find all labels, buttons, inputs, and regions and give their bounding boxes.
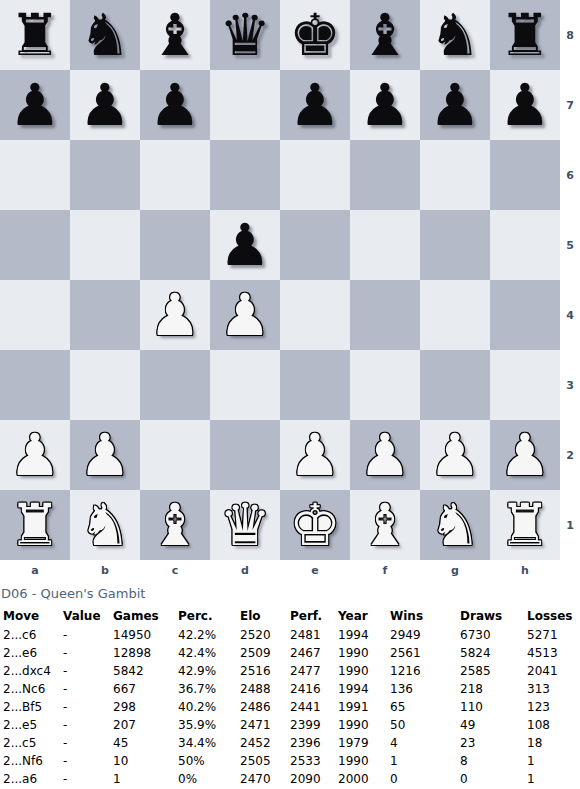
white-pawn: ♟ bbox=[79, 420, 131, 490]
white-knight: ♞ bbox=[79, 490, 131, 560]
stat-cell: - bbox=[63, 662, 113, 680]
stat-cell: 2041 bbox=[527, 662, 580, 680]
stat-cell: - bbox=[63, 770, 113, 788]
square-f6[interactable] bbox=[350, 140, 420, 210]
square-h7[interactable]: ♟ bbox=[490, 70, 560, 140]
rank-label-8: 8 bbox=[560, 0, 580, 70]
stat-cell: 1216 bbox=[390, 662, 460, 680]
stat-cell: - bbox=[63, 680, 113, 698]
stat-cell: 1979 bbox=[338, 734, 390, 752]
black-pawn: ♟ bbox=[359, 70, 411, 140]
move-cell[interactable]: 2...Nf6 bbox=[0, 752, 63, 770]
stats-row-2c5: 2...c5-4534.4%24522396197942318 bbox=[0, 734, 580, 752]
square-c2[interactable] bbox=[140, 420, 210, 490]
stat-cell: 2505 bbox=[240, 752, 290, 770]
square-f8[interactable]: ♝ bbox=[350, 0, 420, 70]
stat-cell: 42.9% bbox=[178, 662, 240, 680]
stat-cell: 2486 bbox=[240, 698, 290, 716]
stat-cell: 2000 bbox=[338, 770, 390, 788]
stat-cell: 2488 bbox=[240, 680, 290, 698]
square-b3[interactable] bbox=[70, 350, 140, 420]
white-rook: ♜ bbox=[499, 490, 551, 560]
square-f4[interactable] bbox=[350, 280, 420, 350]
square-b2[interactable]: ♟ bbox=[70, 420, 140, 490]
stat-cell: 2477 bbox=[290, 662, 338, 680]
stat-cell: 1994 bbox=[338, 626, 390, 644]
stat-cell: 35.9% bbox=[178, 716, 240, 734]
stat-cell: 42.4% bbox=[178, 644, 240, 662]
stat-cell: 1 bbox=[527, 752, 580, 770]
black-queen: ♛ bbox=[219, 0, 271, 70]
stat-cell: 2949 bbox=[390, 626, 460, 644]
stat-cell: 50% bbox=[178, 752, 240, 770]
stat-cell: 2471 bbox=[240, 716, 290, 734]
stats-row-2e6: 2...e6-1289842.4%25092467199025615824451… bbox=[0, 644, 580, 662]
stat-cell: 65 bbox=[390, 698, 460, 716]
square-b1[interactable]: ♞ bbox=[70, 490, 140, 560]
square-e2[interactable]: ♟ bbox=[280, 420, 350, 490]
stat-cell: - bbox=[63, 752, 113, 770]
square-e3[interactable] bbox=[280, 350, 350, 420]
square-f5[interactable] bbox=[350, 210, 420, 280]
square-c4[interactable]: ♟ bbox=[140, 280, 210, 350]
square-g8[interactable]: ♞ bbox=[420, 0, 490, 70]
square-f3[interactable] bbox=[350, 350, 420, 420]
opening-name-label: D06 - Queen's Gambit bbox=[0, 586, 580, 604]
stat-cell: 5271 bbox=[527, 626, 580, 644]
move-cell[interactable]: 2...c6 bbox=[0, 626, 63, 644]
stat-cell: 34.4% bbox=[178, 734, 240, 752]
file-label-b: b bbox=[70, 560, 140, 580]
stat-cell: 667 bbox=[113, 680, 178, 698]
move-cell[interactable]: 2...Nc6 bbox=[0, 680, 63, 698]
square-e7[interactable]: ♟ bbox=[280, 70, 350, 140]
square-h1[interactable]: ♜ bbox=[490, 490, 560, 560]
square-e8[interactable]: ♚ bbox=[280, 0, 350, 70]
square-d3[interactable] bbox=[210, 350, 280, 420]
square-g5[interactable] bbox=[420, 210, 490, 280]
stat-cell: 2585 bbox=[460, 662, 527, 680]
stat-cell: 40.2% bbox=[178, 698, 240, 716]
white-pawn: ♟ bbox=[289, 420, 341, 490]
square-b4[interactable] bbox=[70, 280, 140, 350]
square-d2[interactable] bbox=[210, 420, 280, 490]
stat-cell: 36.7% bbox=[178, 680, 240, 698]
stat-cell: 218 bbox=[460, 680, 527, 698]
stat-cell: 49 bbox=[460, 716, 527, 734]
file-label-h: h bbox=[490, 560, 560, 580]
stat-cell: 298 bbox=[113, 698, 178, 716]
square-c3[interactable] bbox=[140, 350, 210, 420]
stat-cell: 136 bbox=[390, 680, 460, 698]
square-h4[interactable] bbox=[490, 280, 560, 350]
square-d5[interactable]: ♟ bbox=[210, 210, 280, 280]
rank-label-3: 3 bbox=[560, 350, 580, 420]
stat-cell: 8 bbox=[460, 752, 527, 770]
black-rook: ♜ bbox=[499, 0, 551, 70]
white-bishop: ♝ bbox=[149, 490, 201, 560]
file-label-a: a bbox=[0, 560, 70, 580]
white-knight: ♞ bbox=[429, 490, 481, 560]
file-label-e: e bbox=[280, 560, 350, 580]
stat-cell: 1 bbox=[527, 770, 580, 788]
square-d8[interactable]: ♛ bbox=[210, 0, 280, 70]
black-rook: ♜ bbox=[9, 0, 61, 70]
rank-label-1: 1 bbox=[560, 490, 580, 560]
square-c8[interactable]: ♝ bbox=[140, 0, 210, 70]
stat-cell: 1990 bbox=[338, 644, 390, 662]
board-corner-spacer bbox=[560, 560, 580, 580]
square-d4[interactable]: ♟ bbox=[210, 280, 280, 350]
stat-cell: 2396 bbox=[290, 734, 338, 752]
black-pawn: ♟ bbox=[9, 70, 61, 140]
file-label-f: f bbox=[350, 560, 420, 580]
black-pawn: ♟ bbox=[499, 70, 551, 140]
stat-cell: 5824 bbox=[460, 644, 527, 662]
stat-cell: 14950 bbox=[113, 626, 178, 644]
file-label-d: d bbox=[210, 560, 280, 580]
move-cell[interactable]: 2...dxc4 bbox=[0, 662, 63, 680]
black-pawn: ♟ bbox=[79, 70, 131, 140]
stat-cell: 1 bbox=[390, 752, 460, 770]
stat-cell: 1990 bbox=[338, 716, 390, 734]
stat-cell: 23 bbox=[460, 734, 527, 752]
column-header-year: Year bbox=[338, 606, 390, 626]
black-king: ♚ bbox=[289, 0, 341, 70]
stat-cell: 1990 bbox=[338, 662, 390, 680]
square-d7[interactable] bbox=[210, 70, 280, 140]
stat-cell: 0% bbox=[178, 770, 240, 788]
column-header-games: Games bbox=[113, 606, 178, 626]
stats-row-2e5: 2...e5-20735.9%2471239919905049108 bbox=[0, 716, 580, 734]
square-a4[interactable] bbox=[0, 280, 70, 350]
stats-row-2a6: 2...a6-10%247020902000001 bbox=[0, 770, 580, 788]
column-header-move: Move bbox=[0, 606, 63, 626]
stat-cell: 5842 bbox=[113, 662, 178, 680]
white-king: ♚ bbox=[289, 490, 341, 560]
chess-board: ♜♞♝♛♚♝♞♜8♟♟♟♟♟♟♟76♟5♟♟43♟♟♟♟♟♟2♜♞♝♛♚♝♞♜1… bbox=[0, 0, 580, 580]
stat-cell: 1994 bbox=[338, 680, 390, 698]
stat-cell: 10 bbox=[113, 752, 178, 770]
square-e1[interactable]: ♚ bbox=[280, 490, 350, 560]
white-rook: ♜ bbox=[9, 490, 61, 560]
square-d1[interactable]: ♛ bbox=[210, 490, 280, 560]
square-g2[interactable]: ♟ bbox=[420, 420, 490, 490]
black-bishop: ♝ bbox=[359, 0, 411, 70]
stat-cell: 2470 bbox=[240, 770, 290, 788]
square-h8[interactable]: ♜ bbox=[490, 0, 560, 70]
move-cell[interactable]: 2...e5 bbox=[0, 716, 63, 734]
square-a1[interactable]: ♜ bbox=[0, 490, 70, 560]
white-bishop: ♝ bbox=[359, 490, 411, 560]
chess-opening-explorer: ♜♞♝♛♚♝♞♜8♟♟♟♟♟♟♟76♟5♟♟43♟♟♟♟♟♟2♜♞♝♛♚♝♞♜1… bbox=[0, 0, 580, 789]
white-pawn: ♟ bbox=[149, 280, 201, 350]
stat-cell: 2452 bbox=[240, 734, 290, 752]
square-b6[interactable] bbox=[70, 140, 140, 210]
square-g1[interactable]: ♞ bbox=[420, 490, 490, 560]
stat-cell: 4 bbox=[390, 734, 460, 752]
rank-label-7: 7 bbox=[560, 70, 580, 140]
stat-cell: 2090 bbox=[290, 770, 338, 788]
stat-cell: 6730 bbox=[460, 626, 527, 644]
stat-cell: 50 bbox=[390, 716, 460, 734]
square-h2[interactable]: ♟ bbox=[490, 420, 560, 490]
black-pawn: ♟ bbox=[149, 70, 201, 140]
column-header-draws: Draws bbox=[460, 606, 527, 626]
stats-row-2Nc6: 2...Nc6-66736.7%248824161994136218313 bbox=[0, 680, 580, 698]
square-f7[interactable]: ♟ bbox=[350, 70, 420, 140]
stat-cell: - bbox=[63, 644, 113, 662]
stat-cell: 110 bbox=[460, 698, 527, 716]
stat-cell: - bbox=[63, 626, 113, 644]
stat-cell: 207 bbox=[113, 716, 178, 734]
square-c1[interactable]: ♝ bbox=[140, 490, 210, 560]
square-g6[interactable] bbox=[420, 140, 490, 210]
stat-cell: 313 bbox=[527, 680, 580, 698]
column-header-wins: Wins bbox=[390, 606, 460, 626]
file-label-c: c bbox=[140, 560, 210, 580]
square-a8[interactable]: ♜ bbox=[0, 0, 70, 70]
stat-cell: 1990 bbox=[338, 752, 390, 770]
rank-label-5: 5 bbox=[560, 210, 580, 280]
stat-cell: 4513 bbox=[527, 644, 580, 662]
opening-stats-table: MoveValueGamesPerc.EloPerf.YearWinsDraws… bbox=[0, 606, 580, 788]
stat-cell: 2467 bbox=[290, 644, 338, 662]
white-pawn: ♟ bbox=[499, 420, 551, 490]
square-b7[interactable]: ♟ bbox=[70, 70, 140, 140]
stat-cell: 0 bbox=[390, 770, 460, 788]
black-pawn: ♟ bbox=[219, 210, 271, 280]
stat-cell: 42.2% bbox=[178, 626, 240, 644]
square-c5[interactable] bbox=[140, 210, 210, 280]
move-cell[interactable]: 2...Bf5 bbox=[0, 698, 63, 716]
column-header-perf: Perf. bbox=[290, 606, 338, 626]
stat-cell: 2416 bbox=[290, 680, 338, 698]
stats-row-2Bf5: 2...Bf5-29840.2%24862441199165110123 bbox=[0, 698, 580, 716]
rank-label-4: 4 bbox=[560, 280, 580, 350]
black-bishop: ♝ bbox=[149, 0, 201, 70]
square-a7[interactable]: ♟ bbox=[0, 70, 70, 140]
square-f1[interactable]: ♝ bbox=[350, 490, 420, 560]
rank-label-6: 6 bbox=[560, 140, 580, 210]
stat-cell: 2561 bbox=[390, 644, 460, 662]
square-b8[interactable]: ♞ bbox=[70, 0, 140, 70]
square-b5[interactable] bbox=[70, 210, 140, 280]
square-a6[interactable] bbox=[0, 140, 70, 210]
white-queen: ♛ bbox=[219, 490, 271, 560]
stat-cell: 2441 bbox=[290, 698, 338, 716]
black-knight: ♞ bbox=[79, 0, 131, 70]
stat-cell: 2516 bbox=[240, 662, 290, 680]
rank-label-2: 2 bbox=[560, 420, 580, 490]
column-header-losses: Losses bbox=[527, 606, 580, 626]
black-knight: ♞ bbox=[429, 0, 481, 70]
square-g7[interactable]: ♟ bbox=[420, 70, 490, 140]
white-pawn: ♟ bbox=[429, 420, 481, 490]
stat-cell: - bbox=[63, 716, 113, 734]
move-cell[interactable]: 2...a6 bbox=[0, 770, 63, 788]
column-header-elo: Elo bbox=[240, 606, 290, 626]
square-e5[interactable] bbox=[280, 210, 350, 280]
stat-cell: 45 bbox=[113, 734, 178, 752]
stats-row-2Nf6: 2...Nf6-1050%250525331990181 bbox=[0, 752, 580, 770]
square-g3[interactable] bbox=[420, 350, 490, 420]
column-header-value: Value bbox=[63, 606, 113, 626]
stats-row-2dxc4: 2...dxc4-584242.9%2516247719901216258520… bbox=[0, 662, 580, 680]
white-pawn: ♟ bbox=[219, 280, 271, 350]
move-cell[interactable]: 2...e6 bbox=[0, 644, 63, 662]
stat-cell: 2481 bbox=[290, 626, 338, 644]
black-pawn: ♟ bbox=[429, 70, 481, 140]
stat-cell: 0 bbox=[460, 770, 527, 788]
square-e6[interactable] bbox=[280, 140, 350, 210]
square-a3[interactable] bbox=[0, 350, 70, 420]
white-pawn: ♟ bbox=[9, 420, 61, 490]
stat-cell: 123 bbox=[527, 698, 580, 716]
square-d6[interactable] bbox=[210, 140, 280, 210]
stat-cell: 2399 bbox=[290, 716, 338, 734]
square-e4[interactable] bbox=[280, 280, 350, 350]
stat-cell: 2509 bbox=[240, 644, 290, 662]
column-header-perc: Perc. bbox=[178, 606, 240, 626]
square-h5[interactable] bbox=[490, 210, 560, 280]
square-h6[interactable] bbox=[490, 140, 560, 210]
move-cell[interactable]: 2...c5 bbox=[0, 734, 63, 752]
stat-cell: 1991 bbox=[338, 698, 390, 716]
stat-cell: 1 bbox=[113, 770, 178, 788]
square-a5[interactable] bbox=[0, 210, 70, 280]
stat-cell: 108 bbox=[527, 716, 580, 734]
stat-cell: 2520 bbox=[240, 626, 290, 644]
stat-cell: - bbox=[63, 734, 113, 752]
stat-cell: 18 bbox=[527, 734, 580, 752]
stat-cell: 12898 bbox=[113, 644, 178, 662]
square-h3[interactable] bbox=[490, 350, 560, 420]
square-c6[interactable] bbox=[140, 140, 210, 210]
stats-row-2c6: 2...c6-1495042.2%25202481199429496730527… bbox=[0, 626, 580, 644]
square-g4[interactable] bbox=[420, 280, 490, 350]
stat-cell: - bbox=[63, 698, 113, 716]
stat-cell: 2533 bbox=[290, 752, 338, 770]
file-label-g: g bbox=[420, 560, 490, 580]
stats-header-row: MoveValueGamesPerc.EloPerf.YearWinsDraws… bbox=[0, 606, 580, 626]
square-a2[interactable]: ♟ bbox=[0, 420, 70, 490]
square-f2[interactable]: ♟ bbox=[350, 420, 420, 490]
white-pawn: ♟ bbox=[359, 420, 411, 490]
black-pawn: ♟ bbox=[289, 70, 341, 140]
square-c7[interactable]: ♟ bbox=[140, 70, 210, 140]
